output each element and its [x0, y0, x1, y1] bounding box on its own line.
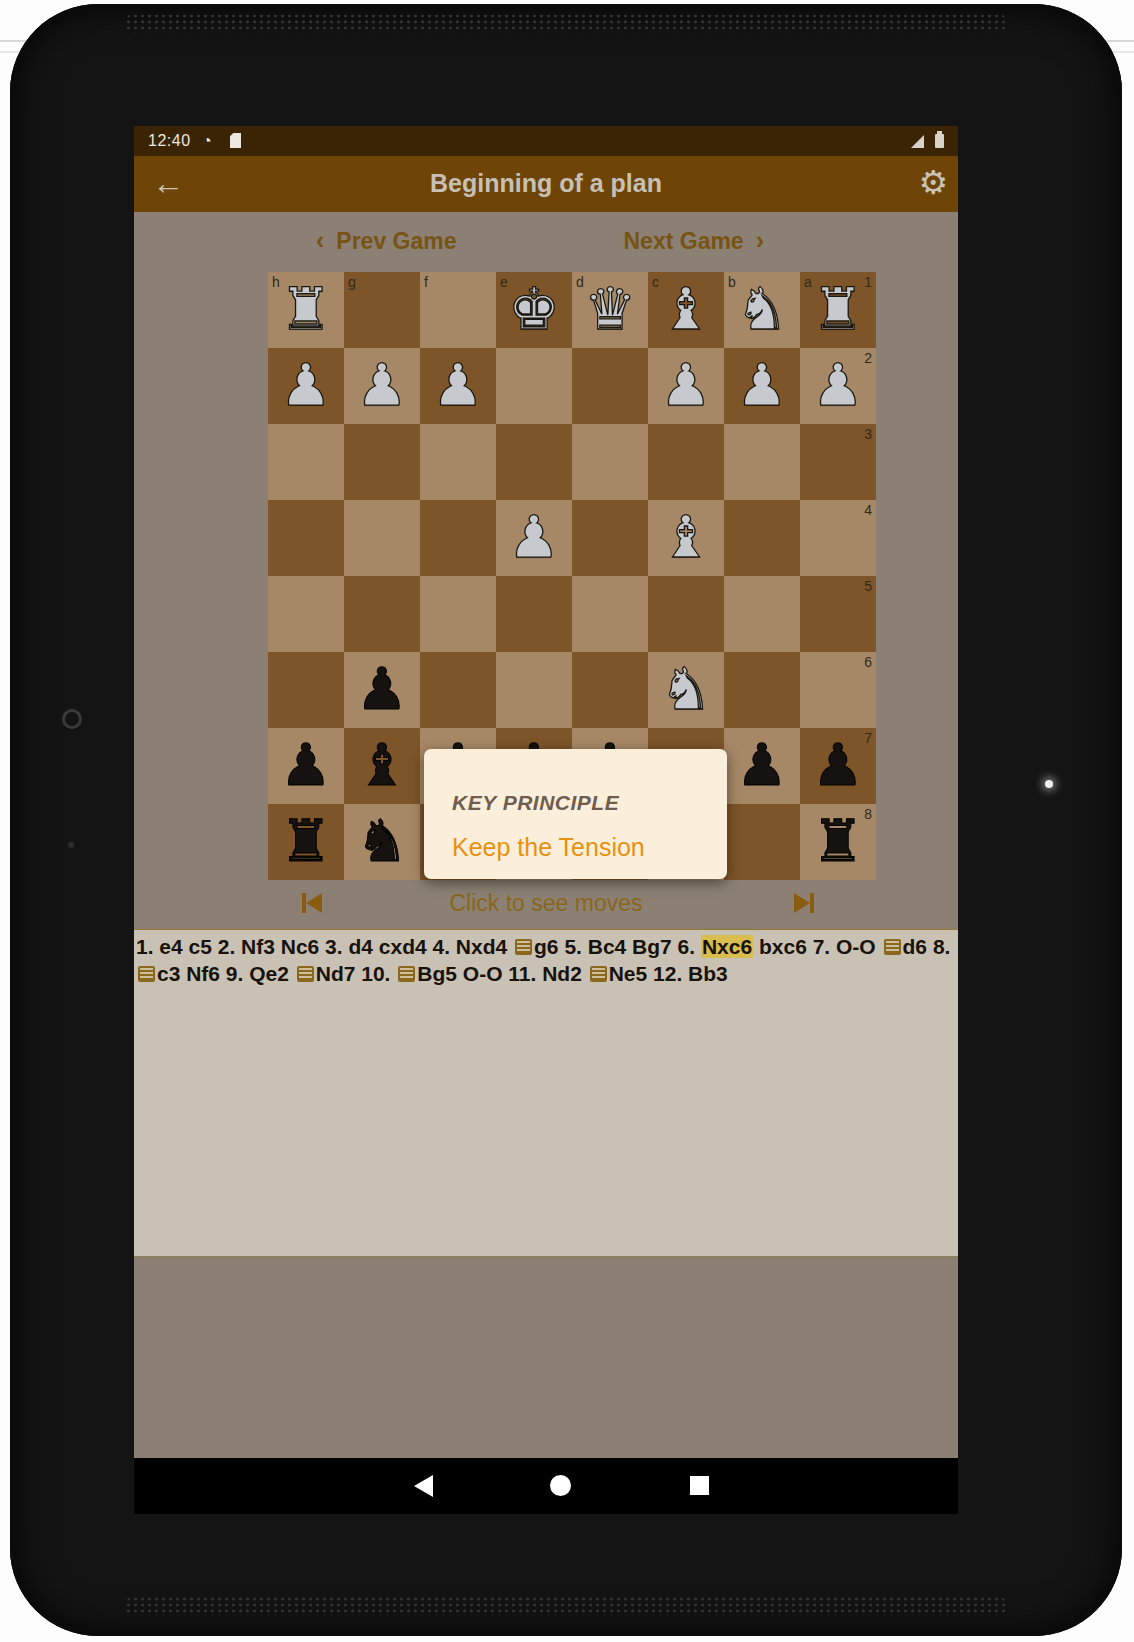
- sensor-dot: [68, 842, 74, 848]
- move-text[interactable]: Nd7 10.: [316, 962, 397, 985]
- square-a1[interactable]: a1♜: [800, 272, 876, 348]
- square-b1[interactable]: b♞: [724, 272, 800, 348]
- chevron-right-icon: ›: [744, 226, 776, 254]
- piece-wK-e1[interactable]: ♚: [496, 272, 572, 348]
- clock-time: 12:40: [148, 132, 191, 150]
- square-a7[interactable]: 7♟: [800, 728, 876, 804]
- note-icon[interactable]: [398, 966, 415, 982]
- piece-wP-g2[interactable]: ♟: [344, 348, 420, 424]
- piece-bP-a7[interactable]: ♟: [800, 728, 876, 804]
- alarm-icon: ◔: [202, 132, 212, 150]
- game-navigation: ‹Prev Game Next Game›: [134, 224, 958, 260]
- square-c3[interactable]: [648, 424, 724, 500]
- piece-wB-c4[interactable]: ♝: [648, 500, 724, 576]
- square-h7[interactable]: ♟: [268, 728, 344, 804]
- square-h4[interactable]: [268, 500, 344, 576]
- empty-lower-area: [134, 1257, 958, 1458]
- square-b7[interactable]: ♟: [724, 728, 800, 804]
- square-h3[interactable]: [268, 424, 344, 500]
- android-nav-bar: [134, 1458, 958, 1514]
- note-icon[interactable]: [297, 966, 314, 982]
- photo-background: 12:40 ◔ ← Beginning of a plan ⚙ ‹Prev Ga…: [0, 0, 1134, 1642]
- next-game-button[interactable]: Next Game›: [624, 226, 777, 255]
- square-c4[interactable]: ♝: [648, 500, 724, 576]
- piece-wR-a1[interactable]: ♜: [800, 272, 876, 348]
- piece-wP-h2[interactable]: ♟: [268, 348, 344, 424]
- sdcard-icon: [230, 133, 241, 148]
- tablet-frame: 12:40 ◔ ← Beginning of a plan ⚙ ‹Prev Ga…: [10, 4, 1122, 1636]
- piece-wP-a2[interactable]: ♟: [800, 348, 876, 424]
- square-d5[interactable]: [572, 576, 648, 652]
- signal-icon: [911, 135, 924, 148]
- move-text[interactable]: Bg5 O-O 11. Nd2: [417, 962, 587, 985]
- square-e2[interactable]: [496, 348, 572, 424]
- square-b6[interactable]: [724, 652, 800, 728]
- square-h6[interactable]: [268, 652, 344, 728]
- rank-label-3: 3: [864, 426, 872, 442]
- move-text[interactable]: 1. e4 c5 2. Nf3 Nc6 3. d4 cxd4 4. Nxd4: [136, 935, 513, 958]
- chevron-left-icon: ‹: [304, 226, 336, 254]
- square-f6[interactable]: [420, 652, 496, 728]
- piece-bP-g6[interactable]: ♟: [344, 652, 420, 728]
- piece-wP-b2[interactable]: ♟: [724, 348, 800, 424]
- battery-icon: [935, 134, 944, 148]
- skip-end-triangle-icon: [794, 893, 810, 913]
- square-e5[interactable]: [496, 576, 572, 652]
- square-f5[interactable]: [420, 576, 496, 652]
- key-principle-popup[interactable]: KEY PRINCIPLE Keep the Tension: [424, 749, 727, 879]
- square-g7[interactable]: ♝: [344, 728, 420, 804]
- file-label-f: f: [424, 274, 428, 290]
- square-e1[interactable]: e♚: [496, 272, 572, 348]
- square-h2[interactable]: ♟: [268, 348, 344, 424]
- piece-wR-h1[interactable]: ♜: [268, 272, 344, 348]
- skip-to-end-button[interactable]: [794, 893, 814, 913]
- square-c1[interactable]: c♝: [648, 272, 724, 348]
- piece-bN-g8[interactable]: ♞: [344, 804, 420, 880]
- rank-label-4: 4: [864, 502, 872, 518]
- android-back-button[interactable]: [414, 1475, 433, 1497]
- next-game-label: Next Game: [624, 228, 744, 254]
- square-a4[interactable]: 4: [800, 500, 876, 576]
- note-icon[interactable]: [590, 966, 607, 982]
- speaker-grille-bottom: [125, 1596, 1007, 1616]
- square-e4[interactable]: ♟: [496, 500, 572, 576]
- moves-line2: c3 Nf6 9. Qe2 Nd7 10. Bg5 O-O 11. Nd2 Ne…: [136, 960, 956, 987]
- prev-game-button[interactable]: ‹Prev Game: [304, 226, 457, 255]
- move-text[interactable]: d6 8.: [903, 935, 951, 958]
- square-c2[interactable]: ♟: [648, 348, 724, 424]
- tablet-screen: 12:40 ◔ ← Beginning of a plan ⚙ ‹Prev Ga…: [134, 126, 958, 1514]
- square-g2[interactable]: ♟: [344, 348, 420, 424]
- page-title: Beginning of a plan: [134, 169, 958, 198]
- square-g1[interactable]: g: [344, 272, 420, 348]
- square-h5[interactable]: [268, 576, 344, 652]
- piece-bP-b7[interactable]: ♟: [724, 728, 800, 804]
- board-nav-row: Click to see moves: [134, 880, 958, 928]
- app-header: ← Beginning of a plan ⚙: [134, 156, 958, 212]
- moves-panel[interactable]: 1. e4 c5 2. Nf3 Nc6 3. d4 cxd4 4. Nxd4 g…: [134, 929, 958, 1257]
- square-e3[interactable]: [496, 424, 572, 500]
- piece-bP-h7[interactable]: ♟: [268, 728, 344, 804]
- piece-wB-c1[interactable]: ♝: [648, 272, 724, 348]
- prev-game-label: Prev Game: [336, 228, 456, 254]
- move-text[interactable]: g6 5. Bc4 Bg7 6.: [534, 935, 701, 958]
- square-d6[interactable]: [572, 652, 648, 728]
- square-g5[interactable]: [344, 576, 420, 652]
- square-d1[interactable]: d♛: [572, 272, 648, 348]
- rank-label-6: 6: [864, 654, 872, 670]
- square-f4[interactable]: [420, 500, 496, 576]
- square-e6[interactable]: [496, 652, 572, 728]
- square-b4[interactable]: [724, 500, 800, 576]
- android-recents-button[interactable]: [690, 1476, 709, 1495]
- square-b8[interactable]: [724, 804, 800, 880]
- square-h1[interactable]: h♜: [268, 272, 344, 348]
- popup-principle-text: Keep the Tension: [452, 833, 645, 862]
- square-f1[interactable]: f: [420, 272, 496, 348]
- note-icon[interactable]: [515, 939, 532, 955]
- square-d3[interactable]: [572, 424, 648, 500]
- square-c6[interactable]: ♞: [648, 652, 724, 728]
- square-c5[interactable]: [648, 576, 724, 652]
- piece-wN-c6[interactable]: ♞: [648, 652, 724, 728]
- square-g4[interactable]: [344, 500, 420, 576]
- note-icon[interactable]: [138, 966, 155, 982]
- square-f2[interactable]: ♟: [420, 348, 496, 424]
- square-a6[interactable]: 6: [800, 652, 876, 728]
- note-icon[interactable]: [884, 939, 901, 955]
- popup-title: KEY PRINCIPLE: [452, 791, 619, 815]
- highlighted-move[interactable]: Nxc6: [701, 935, 753, 958]
- square-d4[interactable]: [572, 500, 648, 576]
- piece-wP-f2[interactable]: ♟: [420, 348, 496, 424]
- status-bar: 12:40 ◔: [134, 126, 958, 156]
- skip-end-bar: [810, 893, 814, 913]
- click-to-see-moves-hint[interactable]: Click to see moves: [134, 890, 958, 917]
- square-b2[interactable]: ♟: [724, 348, 800, 424]
- square-f3[interactable]: [420, 424, 496, 500]
- square-b3[interactable]: [724, 424, 800, 500]
- piece-wQ-d1[interactable]: ♛: [572, 272, 648, 348]
- rank-label-5: 5: [864, 578, 872, 594]
- square-g3[interactable]: [344, 424, 420, 500]
- settings-gear-icon[interactable]: ⚙: [918, 163, 948, 203]
- square-d2[interactable]: [572, 348, 648, 424]
- file-label-g: g: [348, 274, 356, 290]
- piece-bB-g7[interactable]: ♝: [344, 728, 420, 804]
- piece-wP-e4[interactable]: ♟: [496, 500, 572, 576]
- piece-bR-a8[interactable]: ♜: [800, 804, 876, 880]
- camera-led: [1045, 780, 1053, 788]
- move-text[interactable]: c3 Nf6 9. Qe2: [157, 962, 295, 985]
- square-h8[interactable]: ♜: [268, 804, 344, 880]
- piece-wN-b1[interactable]: ♞: [724, 272, 800, 348]
- speaker-grille-top: [125, 13, 1007, 33]
- square-b5[interactable]: [724, 576, 800, 652]
- android-home-button[interactable]: [550, 1475, 571, 1496]
- square-a2[interactable]: 2♟: [800, 348, 876, 424]
- front-camera: [62, 709, 82, 729]
- square-a3[interactable]: 3: [800, 424, 876, 500]
- move-text[interactable]: bxc6 7. O-O: [753, 935, 881, 958]
- piece-bR-h8[interactable]: ♜: [268, 804, 344, 880]
- square-a5[interactable]: 5: [800, 576, 876, 652]
- square-g8[interactable]: ♞: [344, 804, 420, 880]
- square-g6[interactable]: ♟: [344, 652, 420, 728]
- move-text[interactable]: Ne5 12. Bb3: [609, 962, 728, 985]
- moves-line1: 1. e4 c5 2. Nf3 Nc6 3. d4 cxd4 4. Nxd4 g…: [136, 933, 956, 960]
- piece-wP-c2[interactable]: ♟: [648, 348, 724, 424]
- square-a8[interactable]: 8♜: [800, 804, 876, 880]
